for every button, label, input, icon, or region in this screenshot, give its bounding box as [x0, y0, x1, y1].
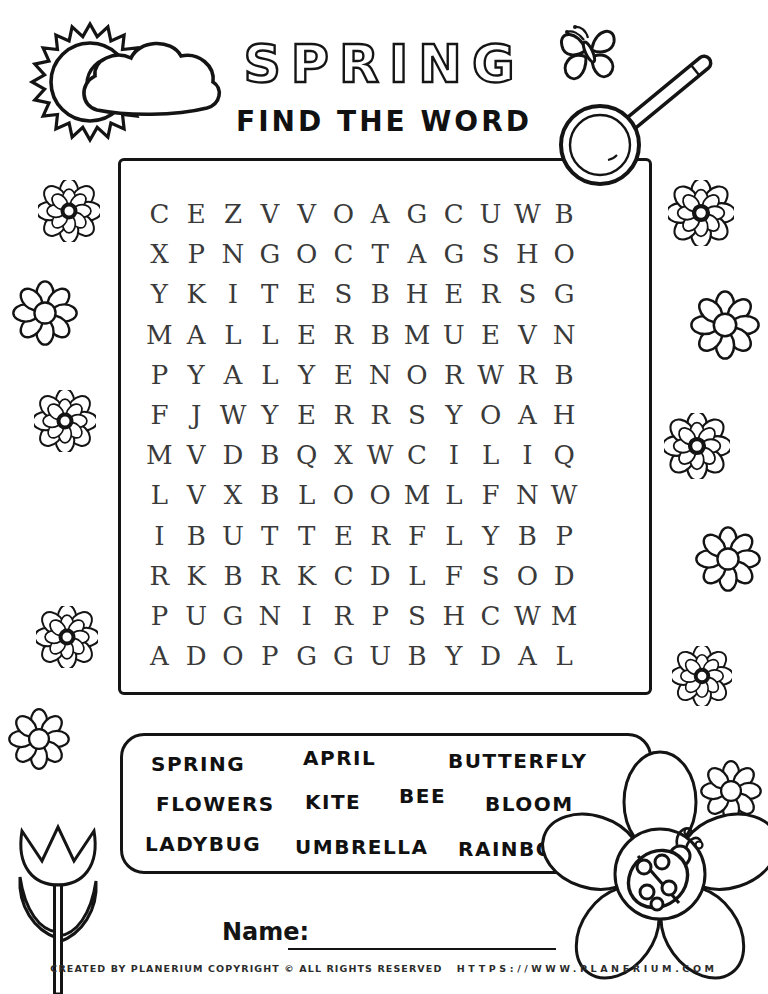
grid-cell-r11c3[interactable]: G: [215, 596, 252, 636]
grid-cell-r12c7[interactable]: U: [362, 636, 399, 676]
worksheet-page: SPRING FIND THE WORD CEZVVOAGCUWBXPNGOCT…: [0, 0, 768, 994]
word-grid: CEZVVOAGCUWBXPNGOCTAGSHOYKITESBHERSGMALL…: [141, 194, 583, 676]
grid-cell-r4c9[interactable]: U: [435, 315, 472, 355]
grid-cell-r5c7[interactable]: N: [362, 355, 399, 395]
grid-cell-r7c11[interactable]: I: [509, 435, 546, 475]
grid-cell-r9c1[interactable]: I: [141, 516, 178, 556]
grid-cell-r1c1[interactable]: C: [141, 194, 178, 234]
grid-cell-r10c5[interactable]: K: [288, 556, 325, 596]
grid-cell-r4c1[interactable]: M: [141, 315, 178, 355]
grid-cell-r2c11[interactable]: H: [509, 234, 546, 274]
grid-cell-r7c12[interactable]: Q: [546, 435, 583, 475]
grid-cell-r8c6[interactable]: O: [325, 475, 362, 515]
footer-credit-text: CREATED BY PLANERIUM COPYRIGHT © ALL RIG…: [50, 963, 442, 974]
grid-cell-r12c3[interactable]: O: [215, 636, 252, 676]
daisy-plain-icon: [8, 708, 70, 770]
grid-cell-r10c1[interactable]: R: [141, 556, 178, 596]
grid-cell-r1c9[interactable]: C: [435, 194, 472, 234]
grid-cell-r8c12[interactable]: W: [546, 475, 583, 515]
name-input-line[interactable]: [288, 924, 556, 950]
daisy-plain-icon: [12, 280, 78, 346]
grid-cell-r1c5[interactable]: V: [288, 194, 325, 234]
grid-cell-r10c11[interactable]: O: [509, 556, 546, 596]
grid-cell-r3c12[interactable]: G: [546, 274, 583, 314]
grid-cell-r5c3[interactable]: A: [215, 355, 252, 395]
grid-cell-r12c11[interactable]: A: [509, 636, 546, 676]
grid-cell-r11c10[interactable]: C: [472, 596, 509, 636]
grid-cell-r8c1[interactable]: L: [141, 475, 178, 515]
grid-cell-r12c8[interactable]: B: [399, 636, 436, 676]
grid-cell-r2c12[interactable]: O: [546, 234, 583, 274]
grid-cell-r4c3[interactable]: L: [215, 315, 252, 355]
grid-cell-r12c9[interactable]: Y: [435, 636, 472, 676]
grid-cell-r11c2[interactable]: U: [178, 596, 215, 636]
grid-cell-r9c11[interactable]: B: [509, 516, 546, 556]
daisy-ring-icon: [664, 413, 730, 479]
daisy-ring-icon: [36, 606, 98, 668]
grid-cell-r9c6[interactable]: E: [325, 516, 362, 556]
grid-cell-r7c10[interactable]: L: [472, 435, 509, 475]
grid-cell-r6c10[interactable]: O: [472, 395, 509, 435]
grid-cell-r4c5[interactable]: E: [288, 315, 325, 355]
grid-cell-r3c2[interactable]: K: [178, 274, 215, 314]
grid-cell-r7c8[interactable]: C: [399, 435, 436, 475]
grid-cell-r2c9[interactable]: G: [435, 234, 472, 274]
grid-cell-r11c9[interactable]: H: [435, 596, 472, 636]
grid-cell-r6c8[interactable]: S: [399, 395, 436, 435]
grid-cell-r3c1[interactable]: Y: [141, 274, 178, 314]
grid-cell-r1c12[interactable]: B: [546, 194, 583, 234]
daisy-plain-icon: [690, 290, 760, 360]
grid-cell-r6c4[interactable]: Y: [251, 395, 288, 435]
grid-cell-r9c9[interactable]: L: [435, 516, 472, 556]
grid-cell-r10c8[interactable]: L: [399, 556, 436, 596]
daisy-ring-icon: [672, 646, 732, 706]
grid-cell-r8c3[interactable]: X: [215, 475, 252, 515]
grid-cell-r5c1[interactable]: P: [141, 355, 178, 395]
grid-cell-r11c11[interactable]: W: [509, 596, 546, 636]
grid-cell-r1c11[interactable]: W: [509, 194, 546, 234]
daisy-ring-icon: [38, 180, 100, 242]
grid-cell-r2c3[interactable]: N: [215, 234, 252, 274]
grid-cell-r6c5[interactable]: E: [288, 395, 325, 435]
grid-cell-r10c4[interactable]: R: [251, 556, 288, 596]
grid-cell-r4c12[interactable]: N: [546, 315, 583, 355]
grid-cell-r9c3[interactable]: U: [215, 516, 252, 556]
magnifying-glass-icon: [548, 40, 723, 195]
grid-cell-r3c3[interactable]: I: [215, 274, 252, 314]
grid-cell-r5c11[interactable]: R: [509, 355, 546, 395]
grid-cell-r10c3[interactable]: B: [215, 556, 252, 596]
grid-cell-r4c8[interactable]: M: [399, 315, 436, 355]
grid-cell-r9c12[interactable]: P: [546, 516, 583, 556]
grid-cell-r11c12[interactable]: M: [546, 596, 583, 636]
grid-cell-r10c12[interactable]: D: [546, 556, 583, 596]
word-bank-item: BEE: [399, 784, 446, 808]
grid-cell-r1c2[interactable]: E: [178, 194, 215, 234]
grid-cell-r5c2[interactable]: Y: [178, 355, 215, 395]
grid-cell-r1c8[interactable]: G: [399, 194, 436, 234]
word-bank-item: APRIL: [303, 746, 376, 770]
grid-cell-r3c6[interactable]: S: [325, 274, 362, 314]
grid-cell-r7c2[interactable]: V: [178, 435, 215, 475]
grid-cell-r7c4[interactable]: B: [251, 435, 288, 475]
grid-cell-r12c1[interactable]: A: [141, 636, 178, 676]
grid-cell-r8c4[interactable]: B: [251, 475, 288, 515]
grid-cell-r8c8[interactable]: M: [399, 475, 436, 515]
footer-site-url: HTTPS://WWW.PLANERIUM.COM: [457, 963, 718, 974]
footer-credit: CREATED BY PLANERIUM COPYRIGHT © ALL RIG…: [0, 963, 768, 974]
grid-cell-r10c6[interactable]: C: [325, 556, 362, 596]
grid-cell-r2c7[interactable]: T: [362, 234, 399, 274]
grid-cell-r10c2[interactable]: K: [178, 556, 215, 596]
grid-cell-r8c5[interactable]: L: [288, 475, 325, 515]
grid-cell-r3c7[interactable]: B: [362, 274, 399, 314]
grid-cell-r11c8[interactable]: S: [399, 596, 436, 636]
grid-cell-r6c3[interactable]: W: [215, 395, 252, 435]
grid-cell-r7c1[interactable]: M: [141, 435, 178, 475]
grid-cell-r10c10[interactable]: S: [472, 556, 509, 596]
grid-cell-r3c9[interactable]: E: [435, 274, 472, 314]
grid-cell-r3c4[interactable]: T: [251, 274, 288, 314]
grid-cell-r7c7[interactable]: W: [362, 435, 399, 475]
grid-cell-r7c6[interactable]: X: [325, 435, 362, 475]
grid-cell-r2c10[interactable]: S: [472, 234, 509, 274]
grid-cell-r2c1[interactable]: X: [141, 234, 178, 274]
grid-cell-r6c2[interactable]: J: [178, 395, 215, 435]
daisy-plain-icon: [695, 526, 761, 592]
word-bank-item: KITE: [305, 790, 361, 814]
grid-cell-r2c6[interactable]: C: [325, 234, 362, 274]
grid-cell-r5c8[interactable]: O: [399, 355, 436, 395]
grid-cell-r1c10[interactable]: U: [472, 194, 509, 234]
grid-cell-r2c8[interactable]: A: [399, 234, 436, 274]
grid-cell-r4c10[interactable]: E: [472, 315, 509, 355]
grid-cell-r11c5[interactable]: I: [288, 596, 325, 636]
grid-cell-r9c4[interactable]: T: [251, 516, 288, 556]
grid-cell-r1c4[interactable]: V: [251, 194, 288, 234]
grid-cell-r11c4[interactable]: N: [251, 596, 288, 636]
grid-cell-r6c11[interactable]: A: [509, 395, 546, 435]
grid-cell-r2c4[interactable]: G: [251, 234, 288, 274]
grid-cell-r5c12[interactable]: B: [546, 355, 583, 395]
grid-cell-r3c10[interactable]: R: [472, 274, 509, 314]
grid-cell-r10c9[interactable]: F: [435, 556, 472, 596]
grid-cell-r5c5[interactable]: Y: [288, 355, 325, 395]
grid-cell-r3c5[interactable]: E: [288, 274, 325, 314]
grid-cell-r1c7[interactable]: A: [362, 194, 399, 234]
grid-cell-r2c2[interactable]: P: [178, 234, 215, 274]
grid-cell-r7c5[interactable]: Q: [288, 435, 325, 475]
grid-cell-r9c10[interactable]: Y: [472, 516, 509, 556]
grid-cell-r5c4[interactable]: L: [251, 355, 288, 395]
word-bank-item: LADYBUG: [145, 832, 261, 856]
grid-cell-r12c12[interactable]: L: [546, 636, 583, 676]
grid-cell-r7c3[interactable]: D: [215, 435, 252, 475]
grid-cell-r9c8[interactable]: F: [399, 516, 436, 556]
grid-cell-r6c1[interactable]: F: [141, 395, 178, 435]
grid-cell-r4c2[interactable]: A: [178, 315, 215, 355]
grid-cell-r5c6[interactable]: E: [325, 355, 362, 395]
grid-cell-r12c10[interactable]: D: [472, 636, 509, 676]
grid-cell-r8c9[interactable]: L: [435, 475, 472, 515]
grid-cell-r12c2[interactable]: D: [178, 636, 215, 676]
grid-cell-r12c6[interactable]: G: [325, 636, 362, 676]
grid-cell-r9c5[interactable]: T: [288, 516, 325, 556]
grid-cell-r12c4[interactable]: P: [251, 636, 288, 676]
grid-cell-r8c2[interactable]: V: [178, 475, 215, 515]
grid-cell-r8c7[interactable]: O: [362, 475, 399, 515]
grid-cell-r6c12[interactable]: H: [546, 395, 583, 435]
word-bank-item: FLOWERS: [156, 792, 275, 816]
grid-cell-r4c4[interactable]: L: [251, 315, 288, 355]
grid-cell-r12c5[interactable]: G: [288, 636, 325, 676]
grid-cell-r10c7[interactable]: D: [362, 556, 399, 596]
grid-cell-r7c9[interactable]: I: [435, 435, 472, 475]
grid-cell-r6c7[interactable]: R: [362, 395, 399, 435]
grid-cell-r4c7[interactable]: B: [362, 315, 399, 355]
grid-cell-r5c10[interactable]: W: [472, 355, 509, 395]
grid-cell-r8c11[interactable]: N: [509, 475, 546, 515]
grid-cell-r11c1[interactable]: P: [141, 596, 178, 636]
grid-cell-r8c10[interactable]: F: [472, 475, 509, 515]
daisy-ring-icon: [34, 390, 96, 452]
word-bank-item: SPRING: [151, 752, 245, 776]
grid-cell-r6c6[interactable]: R: [325, 395, 362, 435]
grid-cell-r3c8[interactable]: H: [399, 274, 436, 314]
grid-cell-r11c6[interactable]: R: [325, 596, 362, 636]
grid-cell-r5c9[interactable]: R: [435, 355, 472, 395]
grid-cell-r11c7[interactable]: P: [362, 596, 399, 636]
grid-cell-r9c2[interactable]: B: [178, 516, 215, 556]
flower-ladybug-icon: [558, 752, 768, 994]
grid-cell-r4c11[interactable]: V: [509, 315, 546, 355]
grid-cell-r1c3[interactable]: Z: [215, 194, 252, 234]
grid-cell-r1c6[interactable]: O: [325, 194, 362, 234]
word-bank-item: UMBRELLA: [295, 835, 428, 859]
grid-cell-r9c7[interactable]: R: [362, 516, 399, 556]
grid-cell-r4c6[interactable]: R: [325, 315, 362, 355]
grid-cell-r3c11[interactable]: S: [509, 274, 546, 314]
grid-cell-r6c9[interactable]: Y: [435, 395, 472, 435]
grid-cell-r2c5[interactable]: O: [288, 234, 325, 274]
